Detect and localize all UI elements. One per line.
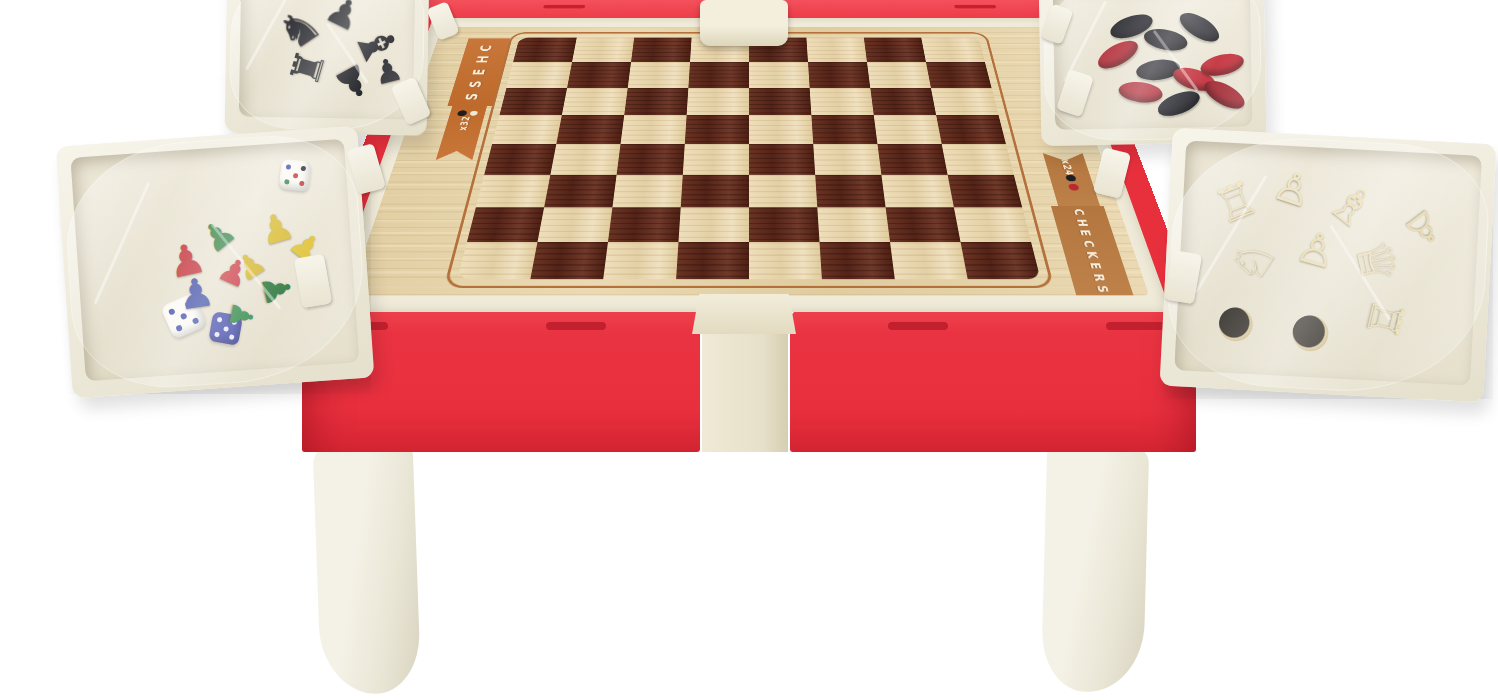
die-white-colour-pips — [279, 159, 312, 192]
ivory-piece-felt-base — [1218, 306, 1254, 342]
board-cell — [685, 115, 749, 144]
board-cell — [961, 242, 1041, 279]
board-cell — [749, 144, 815, 175]
board-cell — [612, 175, 682, 208]
board-cell — [870, 88, 936, 115]
board-cell — [457, 242, 537, 279]
ivory-rook: ♖ — [1359, 295, 1411, 343]
ivory-queen: ♕ — [1348, 234, 1406, 288]
board-cell — [948, 175, 1023, 208]
board-cell — [537, 207, 612, 242]
apron-panel-right — [790, 310, 1196, 452]
apron-slot — [1106, 322, 1166, 330]
board-cell — [484, 144, 556, 175]
apron-slot — [546, 322, 606, 330]
ivory-pawn: ♙ — [1292, 223, 1341, 276]
board-cell — [749, 62, 810, 88]
board-cell — [881, 175, 953, 208]
board-cell — [530, 242, 608, 279]
ivory-piece-felt-base — [1291, 314, 1329, 352]
board-cell — [572, 38, 634, 62]
red-checker — [1094, 35, 1142, 74]
red-checker-dot-icon — [1067, 184, 1079, 191]
checkers-ribbon: CHECKERS — [1051, 206, 1134, 295]
chess-ribbon-label: CHESS — [464, 42, 494, 102]
ivory-rook: ♖ — [1208, 173, 1263, 231]
board-cell — [808, 62, 870, 88]
checkers-piece-count: x24 — [1059, 160, 1076, 176]
table-leg-right — [1041, 445, 1149, 694]
board-cell — [513, 38, 577, 62]
board-cell — [749, 115, 813, 144]
board-cell — [683, 144, 749, 175]
board-cell — [550, 144, 620, 175]
wood-board-mat: CHESS x32 x24 CHECK — [349, 27, 1149, 295]
tray-pieces: ♖♙♗♘♙♕♙♖ — [1174, 140, 1482, 385]
board-cell — [867, 62, 931, 88]
checkers-ribbon-label: CHECKERS — [1072, 207, 1110, 295]
board-cell — [942, 144, 1014, 175]
tray-ivory-chess-pieces: ♖♙♗♘♙♕♙♖ — [1159, 128, 1496, 403]
board-cell — [749, 242, 822, 279]
board-cell — [921, 38, 985, 62]
ludo-pawn-green: ♟ — [255, 270, 298, 310]
board-cell — [624, 88, 688, 115]
board-cell — [749, 207, 820, 242]
board-cell — [890, 242, 968, 279]
board-cell — [864, 38, 926, 62]
board-cell — [936, 115, 1006, 144]
board-cell — [874, 115, 942, 144]
board-cell — [749, 88, 811, 115]
tray-black-chess-pieces: ♞♟♝♜♟♟ — [225, 0, 430, 136]
chess-piece-count: x32 — [457, 116, 473, 131]
board-cell — [676, 242, 749, 279]
board-cell — [499, 88, 567, 115]
board-cell — [926, 62, 992, 88]
board-cell — [567, 62, 631, 88]
board-cell — [492, 115, 562, 144]
table-leg-left — [313, 444, 422, 695]
board-cell — [603, 242, 678, 279]
board-cell — [886, 207, 961, 242]
black-rook: ♜ — [283, 45, 331, 90]
board-cell — [544, 175, 616, 208]
far-edge-latch — [700, 0, 788, 46]
near-edge-latch — [692, 294, 796, 334]
checkerboard — [457, 38, 1040, 280]
board-cell — [931, 88, 999, 115]
board-cell — [467, 207, 544, 242]
ludo-pawn-green: ♟ — [224, 299, 259, 331]
board-cell — [817, 207, 890, 242]
tray-ludo-pawns-and-dice: ♟♟♟♟♟♟♟♟♟ — [56, 126, 375, 398]
board-cell — [749, 175, 817, 208]
board-cell — [806, 38, 867, 62]
board-cell — [608, 207, 681, 242]
game-table-photo: CHESS x32 x24 CHECK — [0, 0, 1498, 700]
apron-slot — [888, 322, 948, 330]
ivory-pawn: ♙ — [1398, 202, 1451, 256]
board-cell — [621, 115, 687, 144]
board-cell — [617, 144, 685, 175]
ludo-pawn-blue: ♟ — [176, 271, 217, 316]
board-cell — [811, 115, 877, 144]
black-checker — [1142, 26, 1189, 54]
red-checker — [1201, 75, 1249, 114]
board-cell — [628, 62, 690, 88]
checkers-ribbon-tail: x24 — [1043, 153, 1100, 206]
board-cell — [813, 144, 881, 175]
board-cell — [506, 62, 572, 88]
board-cell — [820, 242, 895, 279]
board-cell — [476, 175, 551, 208]
board-cell — [954, 207, 1031, 242]
ivory-knight: ♘ — [1220, 229, 1284, 291]
board-cell — [688, 62, 749, 88]
tray-pieces: ♞♟♝♜♟♟ — [239, 0, 415, 120]
checkers-piece-dots — [1065, 175, 1080, 191]
board-cell — [631, 38, 692, 62]
board-cell — [877, 144, 947, 175]
rim-slot — [543, 5, 585, 9]
board-cell — [562, 88, 628, 115]
board-cell — [681, 175, 749, 208]
board-cell — [810, 88, 874, 115]
board-cell — [678, 207, 749, 242]
rim-slot — [954, 5, 996, 9]
board-cell — [815, 175, 885, 208]
board-cell — [687, 88, 749, 115]
red-checker — [1118, 80, 1164, 105]
board-cell — [556, 115, 624, 144]
ivory-pawn: ♙ — [1268, 163, 1317, 215]
apron-center-strip — [702, 330, 788, 452]
